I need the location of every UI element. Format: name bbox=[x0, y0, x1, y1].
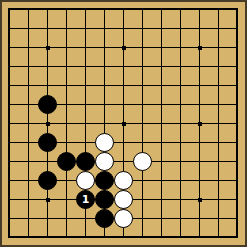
stone-black-labeled: 1 bbox=[76, 190, 95, 209]
star-point bbox=[46, 46, 50, 50]
stone-white bbox=[114, 190, 133, 209]
star-point bbox=[122, 122, 126, 126]
star-point bbox=[198, 46, 202, 50]
grid-line bbox=[142, 10, 143, 236]
stone-black bbox=[95, 190, 114, 209]
stone-white bbox=[76, 171, 95, 190]
grid-line bbox=[10, 161, 236, 162]
stone-white bbox=[133, 152, 152, 171]
star-point bbox=[122, 46, 126, 50]
stone-black bbox=[38, 171, 57, 190]
stone-black bbox=[76, 152, 95, 171]
stone-white bbox=[95, 133, 114, 152]
move-number-label: 1 bbox=[82, 194, 90, 205]
stone-white bbox=[114, 209, 133, 228]
stone-white bbox=[95, 152, 114, 171]
grid-line bbox=[218, 10, 219, 236]
star-point bbox=[46, 198, 50, 202]
grid-line bbox=[180, 10, 181, 236]
star-point bbox=[46, 122, 50, 126]
star-point bbox=[198, 122, 202, 126]
stone-black bbox=[95, 209, 114, 228]
go-diagram: 1 bbox=[0, 0, 247, 247]
star-point bbox=[198, 198, 202, 202]
stone-black bbox=[38, 133, 57, 152]
stone-black bbox=[57, 152, 76, 171]
grid-line bbox=[161, 10, 162, 236]
stone-black bbox=[95, 171, 114, 190]
stone-black bbox=[38, 95, 57, 114]
go-board[interactable]: 1 bbox=[8, 8, 238, 238]
stone-white bbox=[114, 171, 133, 190]
